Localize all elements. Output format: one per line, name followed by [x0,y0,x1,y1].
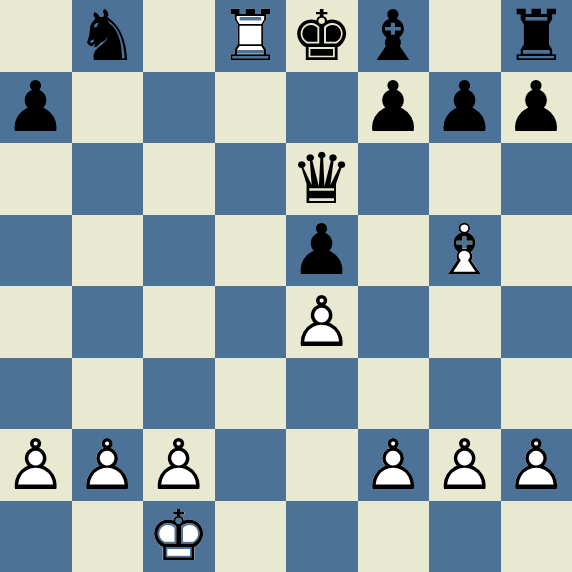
piece-outline: ♙ [0,429,72,501]
piece-fill: ♞ [72,0,144,72]
square-h6[interactable] [501,143,572,215]
piece-black-pawn[interactable]: ♟ [0,72,72,144]
square-h1[interactable] [501,501,572,572]
piece-black-pawn[interactable]: ♟ [286,215,358,287]
piece-black-bishop[interactable]: ♝ [358,0,430,72]
piece-fill: ♟ [358,72,430,144]
square-g1[interactable] [429,501,501,572]
square-b4[interactable] [72,286,144,358]
square-a4[interactable] [0,286,72,358]
square-e7[interactable] [286,72,358,144]
square-b5[interactable] [72,215,144,287]
piece-outline: ♙ [72,429,144,501]
square-g3[interactable] [429,358,501,430]
piece-white-pawn[interactable]: ♟♙ [72,429,144,501]
piece-fill: ♟ [501,72,572,144]
piece-white-pawn[interactable]: ♟♙ [0,429,72,501]
piece-black-queen[interactable]: ♛ [286,143,358,215]
square-g5[interactable]: ♝♗ [429,215,501,287]
piece-black-king[interactable]: ♚ [286,0,358,72]
square-f3[interactable] [358,358,430,430]
piece-outline: ♙ [286,286,358,358]
square-d1[interactable] [215,501,287,572]
piece-white-pawn[interactable]: ♟♙ [501,429,572,501]
square-e1[interactable] [286,501,358,572]
piece-white-pawn[interactable]: ♟♙ [429,429,501,501]
square-d4[interactable] [215,286,287,358]
square-h7[interactable]: ♟ [501,72,572,144]
square-f8[interactable]: ♝ [358,0,430,72]
piece-white-rook[interactable]: ♜♖ [215,0,287,72]
square-a3[interactable] [0,358,72,430]
piece-black-pawn[interactable]: ♟ [501,72,572,144]
square-e3[interactable] [286,358,358,430]
square-g7[interactable]: ♟ [429,72,501,144]
square-h4[interactable] [501,286,572,358]
square-h3[interactable] [501,358,572,430]
square-g2[interactable]: ♟♙ [429,429,501,501]
square-b8[interactable]: ♞ [72,0,144,72]
square-d5[interactable] [215,215,287,287]
piece-white-king[interactable]: ♚♔ [143,501,215,572]
square-a6[interactable] [0,143,72,215]
square-g4[interactable] [429,286,501,358]
square-e6[interactable]: ♛ [286,143,358,215]
piece-fill: ♝ [358,0,430,72]
square-a1[interactable] [0,501,72,572]
square-h2[interactable]: ♟♙ [501,429,572,501]
piece-outline: ♙ [429,429,501,501]
square-c8[interactable] [143,0,215,72]
square-c6[interactable] [143,143,215,215]
square-c7[interactable] [143,72,215,144]
square-c2[interactable]: ♟♙ [143,429,215,501]
piece-outline: ♗ [429,215,501,287]
square-a8[interactable] [0,0,72,72]
piece-fill: ♚ [286,0,358,72]
piece-outline: ♖ [215,0,287,72]
square-d7[interactable] [215,72,287,144]
square-b3[interactable] [72,358,144,430]
square-h5[interactable] [501,215,572,287]
square-c5[interactable] [143,215,215,287]
square-f7[interactable]: ♟ [358,72,430,144]
piece-fill: ♟ [0,72,72,144]
square-f6[interactable] [358,143,430,215]
piece-black-pawn[interactable]: ♟ [358,72,430,144]
square-h8[interactable]: ♜ [501,0,572,72]
piece-black-rook[interactable]: ♜ [501,0,572,72]
square-f5[interactable] [358,215,430,287]
piece-outline: ♙ [358,429,430,501]
square-d2[interactable] [215,429,287,501]
square-e4[interactable]: ♟♙ [286,286,358,358]
piece-black-pawn[interactable]: ♟ [429,72,501,144]
square-f2[interactable]: ♟♙ [358,429,430,501]
square-g6[interactable] [429,143,501,215]
square-b6[interactable] [72,143,144,215]
piece-fill: ♜ [501,0,572,72]
square-c4[interactable] [143,286,215,358]
square-e8[interactable]: ♚ [286,0,358,72]
square-d3[interactable] [215,358,287,430]
piece-white-pawn[interactable]: ♟♙ [286,286,358,358]
piece-fill: ♟ [429,72,501,144]
square-e5[interactable]: ♟ [286,215,358,287]
piece-outline: ♔ [143,501,215,572]
piece-white-pawn[interactable]: ♟♙ [143,429,215,501]
piece-outline: ♙ [501,429,572,501]
square-a2[interactable]: ♟♙ [0,429,72,501]
square-c1[interactable]: ♚♔ [143,501,215,572]
square-g8[interactable] [429,0,501,72]
square-f4[interactable] [358,286,430,358]
piece-fill: ♛ [286,143,358,215]
square-a5[interactable] [0,215,72,287]
square-d8[interactable]: ♜♖ [215,0,287,72]
piece-black-knight[interactable]: ♞ [72,0,144,72]
square-c3[interactable] [143,358,215,430]
square-a7[interactable]: ♟ [0,72,72,144]
square-b2[interactable]: ♟♙ [72,429,144,501]
square-f1[interactable] [358,501,430,572]
piece-white-bishop[interactable]: ♝♗ [429,215,501,287]
square-d6[interactable] [215,143,287,215]
piece-white-pawn[interactable]: ♟♙ [358,429,430,501]
piece-fill: ♟ [286,215,358,287]
square-b1[interactable] [72,501,144,572]
square-b7[interactable] [72,72,144,144]
chessboard: ♞♜♖♚♝♜♟♟♟♟♛♟♝♗♟♙♟♙♟♙♟♙♟♙♟♙♟♙♚♔ [0,0,572,572]
square-e2[interactable] [286,429,358,501]
piece-outline: ♙ [143,429,215,501]
